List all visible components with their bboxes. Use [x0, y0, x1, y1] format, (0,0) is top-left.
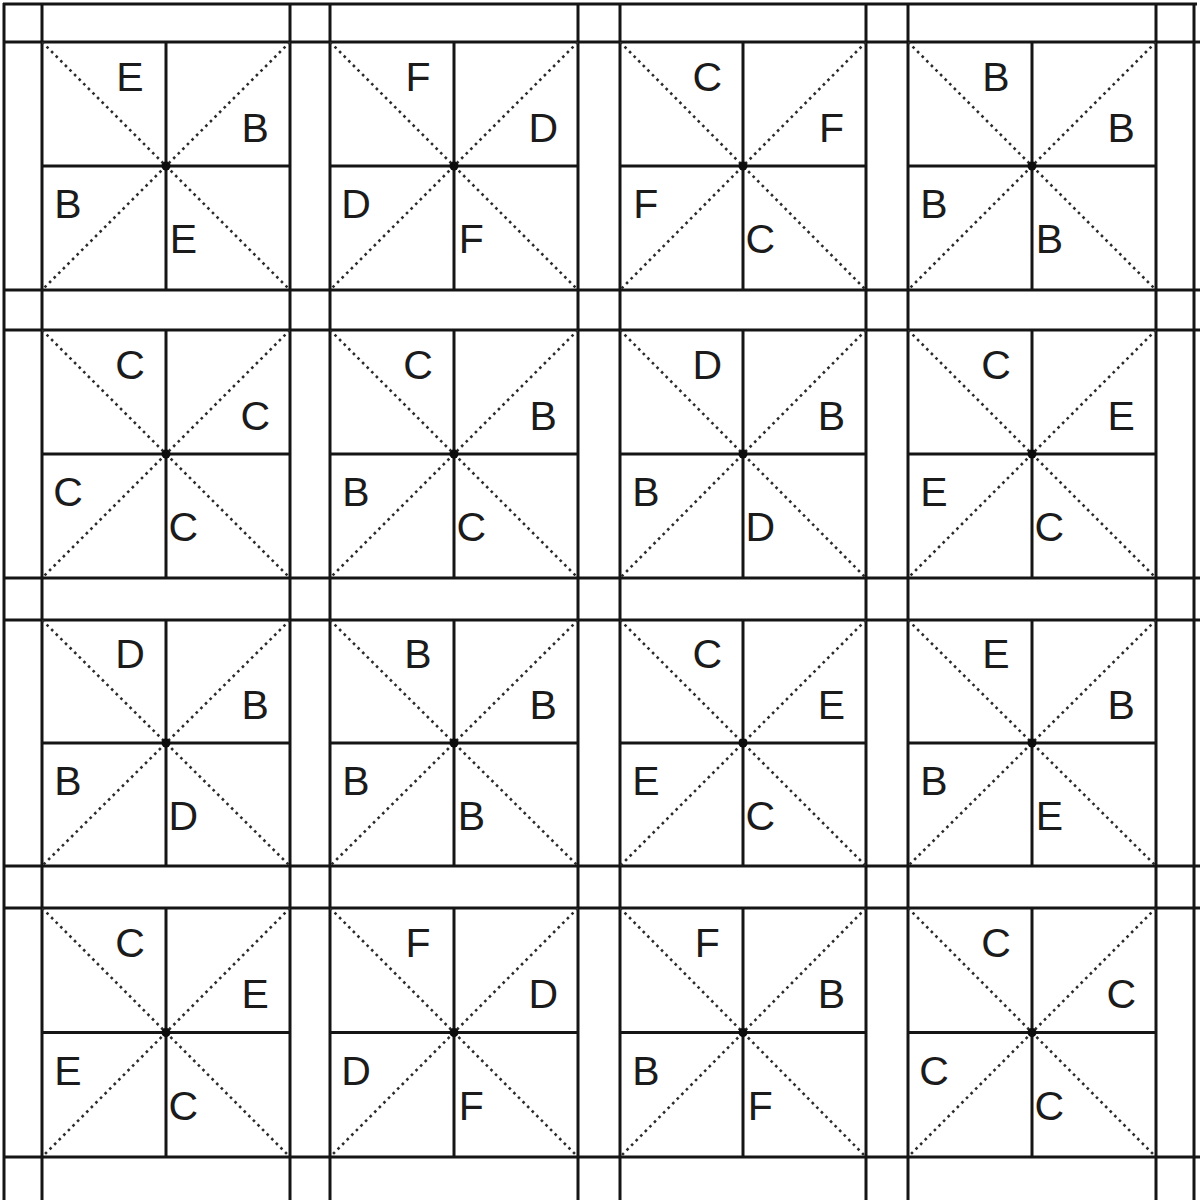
- patch-label-top: C: [115, 344, 145, 385]
- patch-label-left: B: [342, 472, 369, 513]
- patch-label-bottom: C: [1035, 1085, 1065, 1126]
- center-dot: [450, 450, 459, 459]
- block-r3c3: C E E C: [620, 620, 866, 866]
- patch-label-left: B: [342, 761, 369, 802]
- patch-label-top: C: [115, 922, 145, 963]
- patch-label-bottom: C: [1035, 507, 1065, 548]
- patch-label-top: F: [695, 922, 720, 963]
- block-r4c2: F D D F: [330, 908, 578, 1157]
- quilt-pattern-board: E B B E F D D F C F F C: [0, 0, 1200, 1200]
- patch-label-top: D: [693, 344, 723, 385]
- patch-label-left: B: [54, 761, 81, 802]
- block-r2c4: C E E C: [908, 330, 1156, 578]
- block-x-lines: [330, 620, 578, 866]
- block-x-lines: [908, 330, 1156, 578]
- patch-label-top: C: [693, 56, 723, 97]
- patch-label-left: C: [53, 472, 83, 513]
- patch-label-right: B: [1108, 684, 1135, 725]
- patch-label-left: C: [919, 1051, 949, 1092]
- patch-label-bottom: D: [169, 795, 199, 836]
- block-x-lines: [908, 908, 1156, 1157]
- patch-label-top: D: [115, 634, 145, 675]
- patch-label-bottom: B: [1036, 219, 1063, 260]
- patch-label-left: B: [920, 761, 947, 802]
- block-x-lines: [42, 42, 290, 290]
- block-r1c3: C F F C: [620, 42, 866, 290]
- block-r2c1: C C C C: [42, 330, 290, 578]
- center-dot: [450, 162, 459, 171]
- patch-label-right: B: [530, 395, 557, 436]
- patch-label-top: C: [403, 344, 433, 385]
- patch-label-bottom: F: [459, 1085, 484, 1126]
- block-x-lines: [620, 620, 866, 866]
- patch-label-bottom: E: [170, 219, 197, 260]
- patch-label-left: F: [633, 184, 658, 225]
- block-x-lines: [908, 620, 1156, 866]
- patch-label-left: E: [632, 761, 659, 802]
- patch-label-bottom: C: [169, 507, 199, 548]
- patch-label-right: B: [818, 973, 845, 1014]
- patch-label-top: C: [693, 634, 723, 675]
- patch-label-right: B: [242, 684, 269, 725]
- patch-label-bottom: F: [748, 1085, 773, 1126]
- patch-label-right: D: [528, 973, 558, 1014]
- block-r1c1: E B B E: [42, 42, 290, 290]
- patch-label-bottom: E: [1036, 795, 1063, 836]
- patch-label-top: C: [981, 344, 1011, 385]
- center-dot: [739, 162, 748, 171]
- patch-label-top: F: [406, 922, 431, 963]
- patch-label-right: E: [818, 684, 845, 725]
- patch-label-left: B: [54, 184, 81, 225]
- patch-label-right: B: [242, 107, 269, 148]
- patch-label-top: C: [981, 922, 1011, 963]
- block-x-lines: [908, 42, 1156, 290]
- center-dot: [450, 739, 459, 748]
- patch-label-top: E: [116, 56, 143, 97]
- patch-label-bottom: F: [459, 219, 484, 260]
- block-x-lines: [620, 908, 866, 1157]
- block-grid: E B B E F D D F C F F C: [0, 0, 1200, 1200]
- patch-label-top: F: [406, 56, 431, 97]
- center-dot: [1028, 162, 1037, 171]
- patch-label-right: B: [1108, 107, 1135, 148]
- block-r3c4: E B B E: [908, 620, 1156, 866]
- patch-label-right: C: [1106, 973, 1136, 1014]
- block-r3c2: B B B B: [330, 620, 578, 866]
- patch-label-top: E: [982, 634, 1009, 675]
- patch-label-right: C: [240, 395, 270, 436]
- block-x-lines: [42, 330, 290, 578]
- patch-label-left: E: [920, 472, 947, 513]
- center-dot: [162, 739, 171, 748]
- center-dot: [162, 162, 171, 171]
- patch-label-right: B: [530, 684, 557, 725]
- patch-label-right: B: [818, 395, 845, 436]
- patch-label-bottom: C: [457, 507, 487, 548]
- patch-label-bottom: B: [458, 795, 485, 836]
- block-x-lines: [42, 908, 290, 1157]
- patch-label-right: F: [819, 107, 844, 148]
- patch-label-right: D: [528, 107, 558, 148]
- center-dot: [450, 1028, 459, 1037]
- block-r2c2: C B B C: [330, 330, 578, 578]
- block-x-lines: [42, 620, 290, 866]
- block-r3c1: D B B D: [42, 620, 290, 866]
- patch-label-top: B: [404, 634, 431, 675]
- block-r4c4: C C C C: [908, 908, 1156, 1157]
- block-x-lines: [620, 330, 866, 578]
- patch-label-left: D: [341, 184, 371, 225]
- block-r2c3: D B B D: [620, 330, 866, 578]
- patch-label-left: D: [341, 1051, 371, 1092]
- patch-label-right: E: [1108, 395, 1135, 436]
- patch-label-left: B: [920, 184, 947, 225]
- patch-label-bottom: C: [169, 1085, 199, 1126]
- block-x-lines: [330, 908, 578, 1157]
- block-x-lines: [330, 42, 578, 290]
- center-dot: [1028, 739, 1037, 748]
- center-dot: [739, 450, 748, 459]
- patch-label-left: B: [632, 1051, 659, 1092]
- block-x-lines: [330, 330, 578, 578]
- center-dot: [162, 1028, 171, 1037]
- center-dot: [1028, 1028, 1037, 1037]
- block-r1c4: B B B B: [908, 42, 1156, 290]
- block-r4c3: F B B F: [620, 908, 866, 1157]
- block-r4c1: C E E C: [42, 908, 290, 1157]
- center-dot: [1028, 450, 1037, 459]
- center-dot: [162, 450, 171, 459]
- patch-label-right: E: [242, 973, 269, 1014]
- patch-label-bottom: D: [745, 507, 775, 548]
- center-dot: [739, 1028, 748, 1037]
- center-dot: [739, 739, 748, 748]
- patch-label-left: E: [54, 1051, 81, 1092]
- patch-label-left: B: [632, 472, 659, 513]
- block-x-lines: [620, 42, 866, 290]
- patch-label-top: B: [982, 56, 1009, 97]
- block-r1c2: F D D F: [330, 42, 578, 290]
- patch-label-bottom: C: [745, 795, 775, 836]
- patch-label-bottom: C: [745, 219, 775, 260]
